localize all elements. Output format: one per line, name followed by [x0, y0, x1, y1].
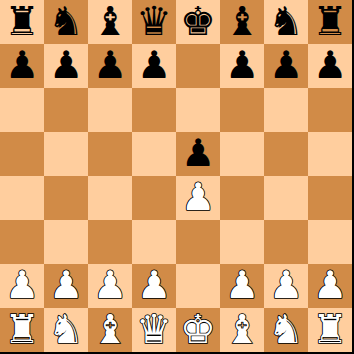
square-h2[interactable]: ♟	[308, 264, 352, 308]
piece-white-pawn[interactable]: ♟	[269, 263, 303, 307]
square-a8[interactable]: ♜	[0, 0, 44, 44]
square-e2[interactable]	[176, 264, 220, 308]
square-g4[interactable]	[264, 176, 308, 220]
piece-white-rook[interactable]: ♜	[4, 307, 40, 351]
square-h1[interactable]: ♜	[308, 308, 352, 352]
piece-white-pawn[interactable]: ♟	[93, 263, 127, 307]
square-c8[interactable]: ♝	[88, 0, 132, 44]
piece-black-rook[interactable]: ♜	[4, 0, 40, 43]
square-b3[interactable]	[44, 220, 88, 264]
square-c6[interactable]	[88, 88, 132, 132]
square-g3[interactable]	[264, 220, 308, 264]
square-b2[interactable]: ♟	[44, 264, 88, 308]
square-c1[interactable]: ♝	[88, 308, 132, 352]
square-d6[interactable]	[132, 88, 176, 132]
square-c2[interactable]: ♟	[88, 264, 132, 308]
square-e3[interactable]	[176, 220, 220, 264]
square-f5[interactable]	[220, 132, 264, 176]
square-h3[interactable]	[308, 220, 352, 264]
square-d5[interactable]	[132, 132, 176, 176]
square-c3[interactable]	[88, 220, 132, 264]
chess-board: ♜♞♝♛♚♝♞♜♟♟♟♟♟♟♟♟♟♟♟♟♟♟♟♟♜♞♝♛♚♝♞♜	[0, 0, 352, 352]
piece-black-knight[interactable]: ♞	[48, 0, 84, 43]
square-c5[interactable]	[88, 132, 132, 176]
square-e5[interactable]: ♟	[176, 132, 220, 176]
square-f7[interactable]: ♟	[220, 44, 264, 88]
square-a3[interactable]	[0, 220, 44, 264]
piece-black-pawn[interactable]: ♟	[225, 43, 259, 87]
square-a2[interactable]: ♟	[0, 264, 44, 308]
square-a5[interactable]	[0, 132, 44, 176]
square-g1[interactable]: ♞	[264, 308, 308, 352]
piece-black-pawn[interactable]: ♟	[5, 43, 39, 87]
piece-black-pawn[interactable]: ♟	[93, 43, 127, 87]
piece-white-knight[interactable]: ♞	[48, 307, 84, 351]
piece-black-pawn[interactable]: ♟	[49, 43, 83, 87]
piece-white-rook[interactable]: ♜	[312, 307, 348, 351]
square-b7[interactable]: ♟	[44, 44, 88, 88]
piece-white-pawn[interactable]: ♟	[181, 175, 215, 219]
square-a6[interactable]	[0, 88, 44, 132]
piece-black-bishop[interactable]: ♝	[224, 0, 260, 43]
piece-black-queen[interactable]: ♛	[136, 0, 172, 43]
square-f6[interactable]	[220, 88, 264, 132]
square-c7[interactable]: ♟	[88, 44, 132, 88]
piece-white-king[interactable]: ♚	[180, 307, 216, 351]
square-b8[interactable]: ♞	[44, 0, 88, 44]
piece-white-queen[interactable]: ♛	[136, 307, 172, 351]
piece-white-pawn[interactable]: ♟	[225, 263, 259, 307]
square-b4[interactable]	[44, 176, 88, 220]
square-b5[interactable]	[44, 132, 88, 176]
square-g8[interactable]: ♞	[264, 0, 308, 44]
square-h4[interactable]	[308, 176, 352, 220]
piece-black-pawn[interactable]: ♟	[313, 43, 347, 87]
piece-black-bishop[interactable]: ♝	[92, 0, 128, 43]
square-e1[interactable]: ♚	[176, 308, 220, 352]
piece-white-pawn[interactable]: ♟	[49, 263, 83, 307]
square-f8[interactable]: ♝	[220, 0, 264, 44]
square-e7[interactable]	[176, 44, 220, 88]
square-e4[interactable]: ♟	[176, 176, 220, 220]
piece-black-pawn[interactable]: ♟	[137, 43, 171, 87]
square-c4[interactable]	[88, 176, 132, 220]
piece-white-pawn[interactable]: ♟	[137, 263, 171, 307]
square-e6[interactable]	[176, 88, 220, 132]
piece-black-pawn[interactable]: ♟	[269, 43, 303, 87]
square-h7[interactable]: ♟	[308, 44, 352, 88]
square-h5[interactable]	[308, 132, 352, 176]
piece-black-rook[interactable]: ♜	[312, 0, 348, 43]
square-b1[interactable]: ♞	[44, 308, 88, 352]
piece-white-pawn[interactable]: ♟	[5, 263, 39, 307]
square-d2[interactable]: ♟	[132, 264, 176, 308]
piece-white-pawn[interactable]: ♟	[313, 263, 347, 307]
piece-black-knight[interactable]: ♞	[268, 0, 304, 43]
piece-white-bishop[interactable]: ♝	[92, 307, 128, 351]
square-d4[interactable]	[132, 176, 176, 220]
piece-white-bishop[interactable]: ♝	[224, 307, 260, 351]
square-f3[interactable]	[220, 220, 264, 264]
square-g6[interactable]	[264, 88, 308, 132]
square-h6[interactable]	[308, 88, 352, 132]
square-f4[interactable]	[220, 176, 264, 220]
square-b6[interactable]	[44, 88, 88, 132]
board-container: ♜♞♝♛♚♝♞♜♟♟♟♟♟♟♟♟♟♟♟♟♟♟♟♟♜♞♝♛♚♝♞♜	[0, 0, 354, 354]
square-f2[interactable]: ♟	[220, 264, 264, 308]
square-e8[interactable]: ♚	[176, 0, 220, 44]
piece-white-knight[interactable]: ♞	[268, 307, 304, 351]
square-a1[interactable]: ♜	[0, 308, 44, 352]
square-g7[interactable]: ♟	[264, 44, 308, 88]
piece-black-pawn[interactable]: ♟	[181, 131, 215, 175]
square-f1[interactable]: ♝	[220, 308, 264, 352]
square-a7[interactable]: ♟	[0, 44, 44, 88]
square-d1[interactable]: ♛	[132, 308, 176, 352]
piece-black-king[interactable]: ♚	[180, 0, 216, 43]
square-g5[interactable]	[264, 132, 308, 176]
square-h8[interactable]: ♜	[308, 0, 352, 44]
square-a4[interactable]	[0, 176, 44, 220]
square-d7[interactable]: ♟	[132, 44, 176, 88]
square-d8[interactable]: ♛	[132, 0, 176, 44]
square-g2[interactable]: ♟	[264, 264, 308, 308]
square-d3[interactable]	[132, 220, 176, 264]
